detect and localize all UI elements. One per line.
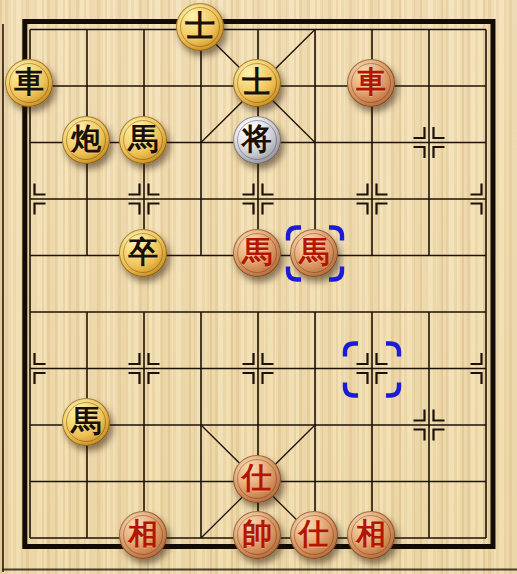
xiangqi-board: 士車士車炮馬将卒馬馬馬仕相帥仕相 [0,0,517,574]
piece-black-soldier[interactable]: 卒 [119,229,167,277]
board-point: 車 [344,58,401,115]
piece-grid: 士車士車炮馬将卒馬馬馬仕相帥仕相 [2,1,515,566]
piece-black-advisor[interactable]: 士 [233,59,281,107]
piece-glyph: 帥 [242,519,272,549]
piece-red-advisor[interactable]: 仕 [233,455,281,503]
piece-black-horse[interactable]: 馬 [119,116,167,164]
piece-black-rook[interactable]: 車 [5,59,53,107]
piece-glyph: 将 [242,124,272,154]
board-point: 馬 [116,114,173,171]
piece-glyph: 相 [128,519,158,549]
board-point: 馬 [59,397,116,454]
piece-red-advisor[interactable]: 仕 [290,511,338,559]
board-point: 卒 [116,227,173,284]
piece-glyph: 馬 [242,237,272,267]
piece-black-cannon[interactable]: 炮 [62,116,110,164]
board-point: 帥 [230,510,287,567]
piece-glyph: 馬 [71,406,101,436]
piece-red-rook[interactable]: 車 [347,59,395,107]
piece-black-advisor[interactable]: 士 [176,3,224,51]
piece-glyph: 馬 [299,237,329,267]
board-point: 相 [116,510,173,567]
piece-red-horse[interactable]: 馬 [233,229,281,277]
piece-glyph: 炮 [71,124,101,154]
board-point: 車 [2,58,59,115]
board-point: 馬 [230,227,287,284]
board-point: 将 [230,114,287,171]
board-point: 相 [344,510,401,567]
piece-glyph: 馬 [128,124,158,154]
board-point: 仕 [287,510,344,567]
piece-glyph: 士 [185,11,215,41]
board-point: 仕 [230,453,287,510]
board-point: 士 [173,1,230,58]
piece-black-general[interactable]: 将 [233,116,281,164]
piece-glyph: 車 [356,67,386,97]
board-point: 馬 [287,227,344,284]
board-point: 炮 [59,114,116,171]
piece-red-general[interactable]: 帥 [233,511,281,559]
piece-glyph: 卒 [128,237,158,267]
piece-red-horse[interactable]: 馬 [290,229,338,277]
piece-black-horse[interactable]: 馬 [62,398,110,446]
piece-glyph: 車 [14,67,44,97]
piece-glyph: 士 [242,67,272,97]
piece-red-elephant[interactable]: 相 [347,511,395,559]
board-point: 士 [230,58,287,115]
piece-glyph: 仕 [242,463,272,493]
piece-glyph: 仕 [299,519,329,549]
piece-glyph: 相 [356,519,386,549]
piece-red-elephant[interactable]: 相 [119,511,167,559]
